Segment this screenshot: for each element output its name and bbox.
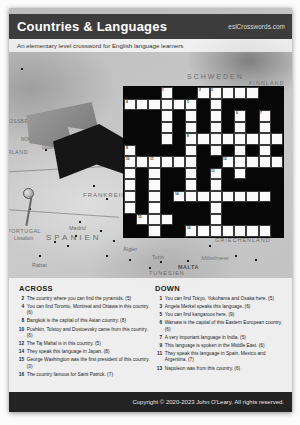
clue-across-15: 15George Washington was the first presid… [17, 357, 155, 370]
black-cell [136, 87, 148, 99]
clue-down-7: 7A very important language in India. (5) [155, 334, 288, 340]
black-cell [271, 202, 283, 214]
black-cell [197, 145, 209, 157]
black-cell [173, 87, 185, 99]
city-dot [187, 260, 189, 262]
map-label: Madrid [69, 226, 86, 232]
map-label: GRIECHENLAND [215, 238, 271, 244]
subtitle-text: An elementary level crossword for Englis… [17, 42, 183, 49]
map-label: Tunis [152, 255, 164, 260]
white-cell[interactable] [210, 145, 222, 157]
clue-number: 4 [126, 100, 128, 103]
white-cell[interactable] [234, 225, 246, 237]
black-cell [234, 179, 246, 191]
white-cell[interactable] [210, 122, 222, 134]
white-cell[interactable] [246, 133, 258, 145]
clue-across-8: 8Bangkok is the capital of this Asian co… [17, 318, 155, 324]
black-cell [161, 145, 173, 157]
white-cell[interactable] [246, 156, 258, 168]
map-label: TUNESIEN [149, 271, 185, 277]
clue-number: 2 [199, 88, 201, 91]
clue-number: 14 [175, 192, 179, 195]
white-cell[interactable] [124, 179, 136, 191]
clue-number: 3 [211, 88, 213, 91]
clue-across-14: 14They speak this language in Japan. (8) [17, 349, 155, 355]
black-cell [148, 133, 160, 145]
black-cell [136, 133, 148, 145]
white-cell[interactable] [210, 110, 222, 122]
black-cell [148, 122, 160, 134]
black-cell [222, 202, 234, 214]
black-cell [222, 168, 234, 180]
city-dot [39, 255, 41, 257]
white-cell[interactable]: 2 [197, 87, 209, 99]
white-cell[interactable] [259, 191, 271, 203]
black-cell [234, 99, 246, 111]
city-dot [21, 68, 23, 70]
clue-number: 11 [150, 157, 153, 160]
white-cell[interactable] [234, 133, 246, 145]
white-cell[interactable]: 8 [185, 133, 197, 145]
black-cell [173, 202, 185, 214]
black-cell [161, 191, 173, 203]
black-cell [136, 179, 148, 191]
black-cell [136, 225, 148, 237]
black-cell [197, 179, 209, 191]
white-cell[interactable] [161, 122, 173, 134]
white-cell[interactable]: 9 [124, 145, 136, 157]
black-cell [197, 110, 209, 122]
white-cell[interactable] [234, 87, 246, 99]
black-cell [271, 168, 283, 180]
black-cell [234, 202, 246, 214]
clue-down-13: 13Napoleon was from this country. (6) [155, 365, 288, 371]
clue-down-3: 3Angela Merkel speaks this language. (6) [155, 303, 288, 309]
black-cell [271, 145, 283, 157]
clue-down-6: 6Warsaw is the capital of this Eastern E… [155, 320, 288, 333]
clue-down-9: 9This language is spoken in the Middle E… [155, 342, 288, 348]
city-dot [129, 259, 131, 261]
map-label: SCHWEDEN [187, 73, 244, 80]
black-cell [197, 202, 209, 214]
black-cell [222, 99, 234, 111]
white-cell[interactable] [136, 156, 148, 168]
white-cell[interactable] [148, 191, 160, 203]
city-dot [93, 185, 95, 187]
black-cell [222, 110, 234, 122]
black-cell [246, 99, 258, 111]
black-cell [124, 110, 136, 122]
white-cell[interactable] [161, 156, 173, 168]
city-dot [255, 259, 257, 261]
city-dot [45, 149, 47, 151]
clue-across-2: 2The country where you can find the pyra… [17, 295, 155, 301]
black-cell [185, 202, 197, 214]
white-cell[interactable] [234, 191, 246, 203]
white-cell[interactable] [246, 87, 258, 99]
black-cell [124, 122, 136, 134]
black-cell [271, 214, 283, 226]
white-cell[interactable]: 16 [185, 225, 197, 237]
black-cell [222, 179, 234, 191]
black-cell [136, 110, 148, 122]
white-cell[interactable] [222, 87, 234, 99]
white-cell[interactable] [210, 191, 222, 203]
black-cell [271, 99, 283, 111]
map-label: Algier [123, 247, 137, 253]
white-cell[interactable] [185, 168, 197, 180]
white-cell[interactable] [234, 156, 246, 168]
white-cell[interactable] [148, 214, 160, 226]
white-cell[interactable] [148, 168, 160, 180]
clue-number: 16 [187, 226, 191, 229]
black-cell [246, 202, 258, 214]
black-cell [259, 87, 271, 99]
black-cell [161, 225, 173, 237]
white-cell[interactable] [173, 99, 185, 111]
clue-across-4: 4You can find Toronto, Montreal and Otta… [17, 303, 155, 316]
black-cell [173, 225, 185, 237]
map-label: IRLAND [9, 150, 28, 156]
white-cell[interactable] [259, 156, 271, 168]
crossword-grid: 12345678910111213141516 [123, 86, 284, 238]
black-cell [197, 168, 209, 180]
black-cell [222, 214, 234, 226]
white-cell[interactable] [185, 110, 197, 122]
black-cell [259, 168, 271, 180]
city-dot [79, 221, 81, 223]
black-cell [222, 145, 234, 157]
black-cell [136, 202, 148, 214]
white-cell[interactable] [197, 133, 209, 145]
white-cell[interactable] [185, 191, 197, 203]
city-dot [160, 261, 162, 263]
white-cell[interactable]: 5 [185, 99, 197, 111]
city-dot [209, 245, 211, 247]
black-cell [173, 179, 185, 191]
black-cell [173, 145, 185, 157]
white-cell[interactable] [210, 202, 222, 214]
white-cell[interactable] [222, 191, 234, 203]
black-cell [234, 214, 246, 226]
white-cell[interactable] [161, 214, 173, 226]
black-cell [136, 145, 148, 157]
black-cell [271, 225, 283, 237]
clue-down-1: 1You can find Tokyo, Yokohama and Osaka … [155, 295, 288, 301]
white-cell[interactable] [271, 133, 283, 145]
black-cell [271, 179, 283, 191]
white-cell[interactable]: 3 [210, 87, 222, 99]
black-cell [246, 145, 258, 157]
white-cell[interactable] [246, 225, 258, 237]
city-dot [106, 255, 108, 257]
clue-number: 10 [126, 157, 130, 160]
black-cell [197, 122, 209, 134]
map-label: Lissabon [14, 237, 33, 242]
white-cell[interactable] [148, 179, 160, 191]
footer-bar: Copyright © 2020-2023 John O'Leary. All … [9, 392, 292, 412]
black-cell [259, 214, 271, 226]
clue-number: 6 [236, 111, 238, 114]
white-cell[interactable]: 13 [210, 168, 222, 180]
black-cell [136, 191, 148, 203]
white-cell[interactable] [259, 122, 271, 134]
black-cell [197, 99, 209, 111]
black-cell [271, 110, 283, 122]
site-name: eslCrosswords.com [228, 23, 285, 30]
city-dot [100, 230, 102, 232]
black-cell [271, 191, 283, 203]
white-cell[interactable] [185, 156, 197, 168]
clues-panel: ACROSS DOWN 2The country where you can f… [9, 278, 292, 392]
white-cell[interactable] [210, 179, 222, 191]
city-dot [149, 267, 151, 269]
white-cell[interactable] [222, 225, 234, 237]
white-cell[interactable]: 6 [234, 110, 246, 122]
clue-number: 15 [138, 215, 142, 218]
white-cell[interactable] [124, 202, 136, 214]
across-header: ACROSS [19, 284, 53, 293]
black-cell [124, 133, 136, 145]
black-cell [161, 168, 173, 180]
clue-down-5: 5You can find kangaroos here. (9) [155, 311, 288, 317]
black-cell [148, 145, 160, 157]
black-cell [148, 87, 160, 99]
white-cell[interactable] [148, 99, 160, 111]
white-cell[interactable] [197, 191, 209, 203]
across-clues: 2The country where you can find the pyra… [17, 295, 155, 379]
white-cell[interactable] [136, 99, 148, 111]
white-cell[interactable]: 4 [124, 99, 136, 111]
white-cell[interactable]: 10 [124, 156, 136, 168]
white-cell[interactable]: 1 [161, 87, 173, 99]
black-cell [222, 122, 234, 134]
white-cell[interactable] [197, 225, 209, 237]
black-cell [197, 214, 209, 226]
clue-number: 5 [187, 100, 189, 103]
map-label: Rabat [32, 263, 47, 269]
white-cell[interactable] [234, 122, 246, 134]
subtitle-strip: An elementary level crossword for Englis… [9, 39, 292, 52]
white-cell[interactable] [234, 145, 246, 157]
city-dot [235, 255, 237, 257]
down-header: DOWN [155, 284, 180, 293]
black-cell [185, 214, 197, 226]
black-cell [246, 214, 258, 226]
white-cell[interactable]: 14 [173, 191, 185, 203]
black-cell [246, 110, 258, 122]
white-cell[interactable] [210, 214, 222, 226]
clue-number: 12 [223, 157, 227, 160]
black-cell [185, 87, 197, 99]
white-cell[interactable] [234, 168, 246, 180]
white-cell[interactable] [124, 168, 136, 180]
black-cell [173, 110, 185, 122]
black-cell [197, 156, 209, 168]
white-cell[interactable]: 12 [222, 156, 234, 168]
clue-number: 8 [187, 134, 189, 137]
city-dot [75, 235, 77, 237]
clue-number: 7 [260, 111, 262, 114]
black-cell [124, 225, 136, 237]
city-dot [106, 198, 108, 200]
clue-down-11: 11They speak this language in Spain, Mex… [155, 350, 288, 363]
black-cell [136, 168, 148, 180]
black-cell [173, 168, 185, 180]
clue-number: 1 [162, 88, 164, 91]
white-cell[interactable] [148, 225, 160, 237]
city-dot [54, 241, 56, 243]
map-line [9, 209, 119, 217]
white-cell[interactable] [124, 191, 136, 203]
black-cell [173, 122, 185, 134]
black-cell [271, 87, 283, 99]
black-cell [246, 168, 258, 180]
clue-across-10: 10Pushkin, Tolstoy and Dostoevsky came f… [17, 326, 155, 339]
black-cell [148, 110, 160, 122]
white-cell[interactable] [185, 179, 197, 191]
page-title: Countries & Languages [17, 19, 167, 34]
white-cell[interactable] [148, 202, 160, 214]
black-cell [259, 179, 271, 191]
black-cell [246, 122, 258, 134]
city-dot [67, 245, 69, 247]
white-cell[interactable]: 15 [136, 214, 148, 226]
clue-across-12: 12The Taj Mahal is in this country. (5) [17, 340, 155, 346]
black-cell [173, 133, 185, 145]
black-cell [161, 202, 173, 214]
white-cell[interactable] [161, 133, 173, 145]
white-cell[interactable] [271, 156, 283, 168]
black-cell [271, 122, 283, 134]
clue-number: 9 [126, 146, 128, 149]
map-label: PORTUGAL [9, 229, 41, 235]
white-cell[interactable] [259, 133, 271, 145]
down-clues: 1You can find Tokyo, Yokohama and Osaka … [155, 295, 288, 373]
white-cell[interactable] [210, 99, 222, 111]
white-cell[interactable] [185, 122, 197, 134]
white-cell[interactable] [210, 225, 222, 237]
white-cell[interactable] [259, 145, 271, 157]
white-cell[interactable]: 11 [148, 156, 160, 168]
white-cell[interactable] [173, 156, 185, 168]
clue-number: 13 [211, 169, 215, 172]
white-cell[interactable] [246, 191, 258, 203]
copyright-text: Copyright © 2020-2023 John O'Leary. All … [132, 399, 284, 405]
city-dot [113, 240, 115, 242]
worksheet-page: SCHWEDENFINNLANDGROSSBRITANNIENNORDIRLAN… [9, 8, 292, 412]
black-cell [259, 202, 271, 214]
white-cell[interactable] [259, 225, 271, 237]
white-cell[interactable] [161, 99, 173, 111]
black-cell [136, 122, 148, 134]
black-cell [259, 99, 271, 111]
white-cell[interactable] [210, 133, 222, 145]
white-cell[interactable] [161, 110, 173, 122]
map-label: Mittelmeer [201, 255, 229, 261]
black-cell [173, 214, 185, 226]
black-cell [210, 156, 222, 168]
black-cell [161, 179, 173, 191]
black-cell [246, 179, 258, 191]
black-cell [124, 214, 136, 226]
title-bar: Countries & Languages eslCrosswords.com [9, 14, 292, 39]
clue-across-16: 16The country famous for Saint Patrick. … [17, 371, 155, 377]
white-cell[interactable] [222, 133, 234, 145]
white-cell[interactable]: 7 [259, 110, 271, 122]
black-cell [124, 87, 136, 99]
white-cell[interactable] [185, 145, 197, 157]
